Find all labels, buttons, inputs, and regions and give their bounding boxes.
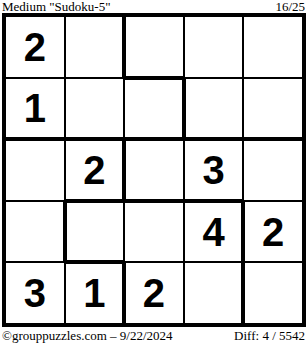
region-border [182, 78, 186, 140]
cell-r4c4[interactable] [244, 263, 302, 323]
region-border [122, 262, 126, 324]
cell-r1c0[interactable]: 1 [6, 79, 64, 139]
cell-r0c3[interactable] [185, 17, 243, 77]
region-border [65, 260, 125, 264]
cell-r1c3[interactable] [185, 79, 243, 139]
region-border [124, 76, 184, 80]
region-border [124, 199, 184, 203]
region-border [63, 201, 67, 263]
cell-r3c3[interactable]: 4 [185, 202, 243, 262]
region-border [65, 199, 125, 203]
sudoku-board: 212342312 [2, 13, 306, 327]
copyright-text: ©grouppuzzles.com – 9/22/2024 [2, 329, 173, 342]
region-border [5, 137, 65, 141]
cell-r2c1[interactable]: 2 [66, 140, 124, 200]
region-border [124, 137, 184, 141]
cell-r2c3[interactable]: 3 [185, 140, 243, 200]
cell-r0c4[interactable] [244, 17, 302, 77]
cell-r2c2[interactable] [125, 140, 183, 200]
difficulty-text: Diff: 4 / 5542 [234, 329, 305, 342]
cell-r2c4[interactable] [244, 140, 302, 200]
region-border [65, 137, 125, 141]
cell-r3c2[interactable] [125, 202, 183, 262]
region-border [184, 199, 244, 203]
cell-r1c1[interactable] [66, 79, 124, 139]
cell-r1c4[interactable] [244, 79, 302, 139]
cell-r4c2[interactable]: 2 [125, 263, 183, 323]
cell-r4c0[interactable]: 3 [6, 263, 64, 323]
cell-r0c1[interactable] [66, 17, 124, 77]
region-border [243, 137, 303, 141]
cell-r3c1[interactable] [66, 202, 124, 262]
progress-counter: 16/25 [275, 0, 305, 13]
puzzle-title: Medium "Sudoku-5" [2, 0, 110, 13]
cell-r2c0[interactable] [6, 140, 64, 200]
header: Medium "Sudoku-5" 16/25 [2, 0, 305, 13]
region-border [241, 262, 245, 324]
cell-r3c0[interactable] [6, 202, 64, 262]
cell-r0c2[interactable] [125, 17, 183, 77]
cell-r1c2[interactable] [125, 79, 183, 139]
cell-r0c0[interactable]: 2 [6, 17, 64, 77]
region-border [241, 201, 245, 263]
footer: ©grouppuzzles.com – 9/22/2024 Diff: 4 / … [2, 329, 305, 342]
region-border [122, 16, 126, 78]
region-border [184, 137, 244, 141]
cell-r3c4[interactable]: 2 [244, 202, 302, 262]
cell-r4c3[interactable] [185, 263, 243, 323]
cell-r4c1[interactable]: 1 [66, 263, 124, 323]
sudoku-page: Medium "Sudoku-5" 16/25 212342312 ©group… [0, 0, 308, 343]
region-border [122, 139, 126, 201]
